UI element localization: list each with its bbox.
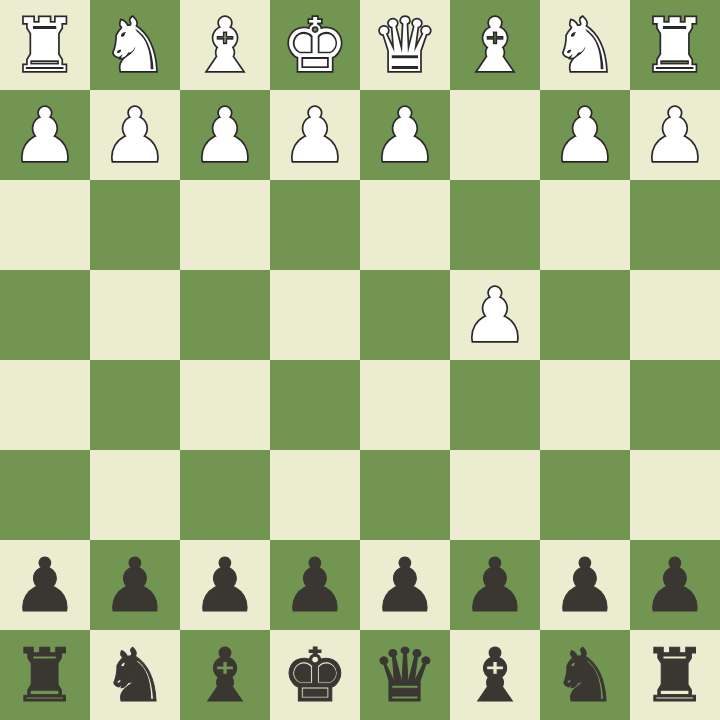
piece-black-bishop[interactable]: ♝ [462, 630, 528, 720]
square-b6[interactable] [540, 450, 630, 540]
piece-black-pawn[interactable]: ♟ [552, 540, 618, 630]
piece-black-king[interactable]: ♚ [282, 630, 348, 720]
square-c8[interactable]: ♝ [450, 630, 540, 720]
piece-white-king[interactable]: ♚ [282, 0, 348, 90]
square-a1[interactable]: ♜ [630, 0, 720, 90]
square-g2[interactable]: ♟ [90, 90, 180, 180]
square-c5[interactable] [450, 360, 540, 450]
piece-white-pawn[interactable]: ♟ [462, 270, 528, 360]
square-b7[interactable]: ♟ [540, 540, 630, 630]
piece-black-queen[interactable]: ♛ [372, 630, 438, 720]
square-g3[interactable] [90, 180, 180, 270]
square-d3[interactable] [360, 180, 450, 270]
piece-white-queen[interactable]: ♛ [372, 0, 438, 90]
square-d4[interactable] [360, 270, 450, 360]
square-d8[interactable]: ♛ [360, 630, 450, 720]
piece-white-pawn[interactable]: ♟ [642, 90, 708, 180]
square-a7[interactable]: ♟ [630, 540, 720, 630]
piece-white-rook[interactable]: ♜ [12, 0, 78, 90]
piece-white-bishop[interactable]: ♝ [192, 0, 258, 90]
piece-white-pawn[interactable]: ♟ [282, 90, 348, 180]
piece-black-rook[interactable]: ♜ [642, 630, 708, 720]
square-e1[interactable]: ♚ [270, 0, 360, 90]
square-h7[interactable]: ♟ [0, 540, 90, 630]
square-b2[interactable]: ♟ [540, 90, 630, 180]
square-b1[interactable]: ♞ [540, 0, 630, 90]
square-f8[interactable]: ♝ [180, 630, 270, 720]
square-e3[interactable] [270, 180, 360, 270]
chess-board: ♜♞♝♚♛♝♞♜♟♟♟♟♟♟♟♟♟♟♟♟♟♟♟♟♜♞♝♚♛♝♞♜ [0, 0, 720, 720]
square-a6[interactable] [630, 450, 720, 540]
square-a2[interactable]: ♟ [630, 90, 720, 180]
square-b8[interactable]: ♞ [540, 630, 630, 720]
square-f5[interactable] [180, 360, 270, 450]
square-d1[interactable]: ♛ [360, 0, 450, 90]
square-d5[interactable] [360, 360, 450, 450]
square-c1[interactable]: ♝ [450, 0, 540, 90]
piece-black-bishop[interactable]: ♝ [192, 630, 258, 720]
square-d6[interactable] [360, 450, 450, 540]
piece-black-pawn[interactable]: ♟ [102, 540, 168, 630]
square-c4[interactable]: ♟ [450, 270, 540, 360]
square-f7[interactable]: ♟ [180, 540, 270, 630]
piece-white-knight[interactable]: ♞ [552, 0, 618, 90]
piece-white-pawn[interactable]: ♟ [12, 90, 78, 180]
square-e5[interactable] [270, 360, 360, 450]
square-f2[interactable]: ♟ [180, 90, 270, 180]
piece-white-pawn[interactable]: ♟ [102, 90, 168, 180]
piece-black-rook[interactable]: ♜ [12, 630, 78, 720]
piece-white-bishop[interactable]: ♝ [462, 0, 528, 90]
square-h4[interactable] [0, 270, 90, 360]
piece-black-knight[interactable]: ♞ [102, 630, 168, 720]
square-f1[interactable]: ♝ [180, 0, 270, 90]
square-f6[interactable] [180, 450, 270, 540]
square-c3[interactable] [450, 180, 540, 270]
piece-black-pawn[interactable]: ♟ [12, 540, 78, 630]
square-b5[interactable] [540, 360, 630, 450]
piece-black-knight[interactable]: ♞ [552, 630, 618, 720]
square-c7[interactable]: ♟ [450, 540, 540, 630]
square-a3[interactable] [630, 180, 720, 270]
square-g8[interactable]: ♞ [90, 630, 180, 720]
square-g1[interactable]: ♞ [90, 0, 180, 90]
square-h1[interactable]: ♜ [0, 0, 90, 90]
piece-white-knight[interactable]: ♞ [102, 0, 168, 90]
square-g4[interactable] [90, 270, 180, 360]
square-f3[interactable] [180, 180, 270, 270]
square-e4[interactable] [270, 270, 360, 360]
square-c6[interactable] [450, 450, 540, 540]
square-d2[interactable]: ♟ [360, 90, 450, 180]
square-b3[interactable] [540, 180, 630, 270]
square-h2[interactable]: ♟ [0, 90, 90, 180]
square-e7[interactable]: ♟ [270, 540, 360, 630]
piece-black-pawn[interactable]: ♟ [372, 540, 438, 630]
square-a8[interactable]: ♜ [630, 630, 720, 720]
piece-black-pawn[interactable]: ♟ [192, 540, 258, 630]
square-a5[interactable] [630, 360, 720, 450]
square-g6[interactable] [90, 450, 180, 540]
square-e8[interactable]: ♚ [270, 630, 360, 720]
square-b4[interactable] [540, 270, 630, 360]
square-f4[interactable] [180, 270, 270, 360]
piece-black-pawn[interactable]: ♟ [642, 540, 708, 630]
piece-white-pawn[interactable]: ♟ [192, 90, 258, 180]
square-e6[interactable] [270, 450, 360, 540]
piece-white-pawn[interactable]: ♟ [372, 90, 438, 180]
square-a4[interactable] [630, 270, 720, 360]
square-g7[interactable]: ♟ [90, 540, 180, 630]
piece-black-pawn[interactable]: ♟ [282, 540, 348, 630]
square-g5[interactable] [90, 360, 180, 450]
square-e2[interactable]: ♟ [270, 90, 360, 180]
square-h8[interactable]: ♜ [0, 630, 90, 720]
piece-white-pawn[interactable]: ♟ [552, 90, 618, 180]
square-h3[interactable] [0, 180, 90, 270]
piece-white-rook[interactable]: ♜ [642, 0, 708, 90]
square-d7[interactable]: ♟ [360, 540, 450, 630]
square-c2[interactable] [450, 90, 540, 180]
square-h5[interactable] [0, 360, 90, 450]
piece-black-pawn[interactable]: ♟ [462, 540, 528, 630]
square-h6[interactable] [0, 450, 90, 540]
